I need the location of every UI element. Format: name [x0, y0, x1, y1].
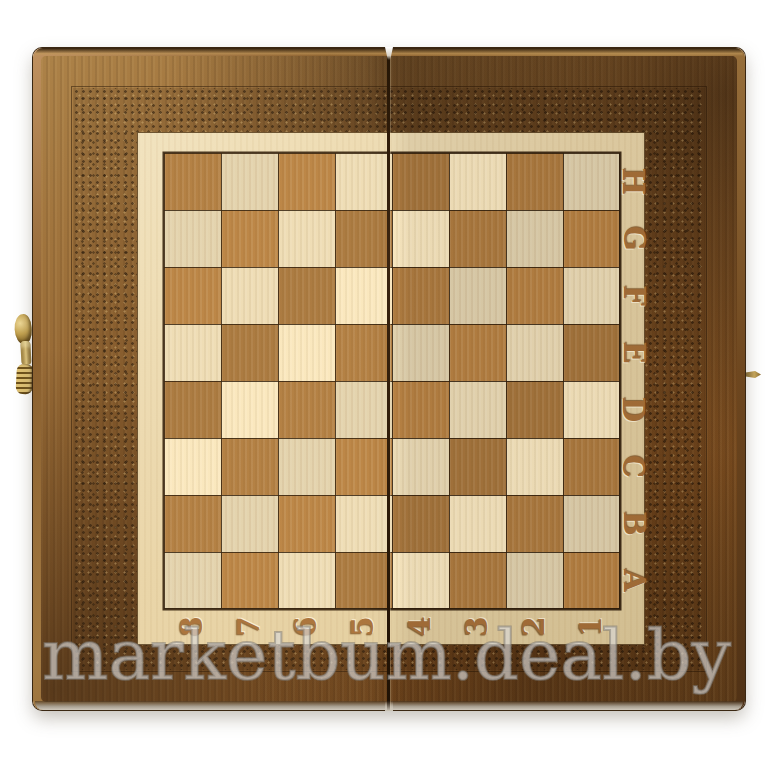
square-g2 — [506, 210, 563, 267]
square-d5 — [335, 381, 392, 438]
square-a1 — [563, 552, 620, 609]
file-label-b: B — [620, 495, 646, 552]
brass-pin — [744, 371, 761, 378]
square-b6 — [278, 495, 335, 552]
square-d3 — [449, 381, 506, 438]
square-c3 — [449, 438, 506, 495]
fold-seam — [387, 48, 390, 710]
square-h6 — [278, 153, 335, 210]
square-h1 — [563, 153, 620, 210]
file-label-g: G — [620, 210, 646, 267]
square-a5 — [335, 552, 392, 609]
square-b8 — [164, 495, 221, 552]
square-d2 — [506, 381, 563, 438]
square-e3 — [449, 324, 506, 381]
square-e8 — [164, 324, 221, 381]
fold-seam-bottom-gap — [385, 701, 393, 711]
square-a6 — [278, 552, 335, 609]
square-a4 — [392, 552, 449, 609]
square-c7 — [221, 438, 278, 495]
square-f7 — [221, 267, 278, 324]
clasp-barrel — [15, 364, 34, 395]
square-c6 — [278, 438, 335, 495]
square-g7 — [221, 210, 278, 267]
square-h3 — [449, 153, 506, 210]
square-e4 — [392, 324, 449, 381]
clasp-strap — [20, 341, 31, 365]
square-b3 — [449, 495, 506, 552]
square-a8 — [164, 552, 221, 609]
file-label-c: C — [620, 438, 646, 495]
square-b4 — [392, 495, 449, 552]
square-b7 — [221, 495, 278, 552]
square-c4 — [392, 438, 449, 495]
square-b2 — [506, 495, 563, 552]
square-a3 — [449, 552, 506, 609]
file-label-a: A — [620, 552, 646, 609]
square-a7 — [221, 552, 278, 609]
square-g8 — [164, 210, 221, 267]
square-d6 — [278, 381, 335, 438]
square-e5 — [335, 324, 392, 381]
square-c5 — [335, 438, 392, 495]
square-h4 — [392, 153, 449, 210]
file-label-d: D — [620, 381, 646, 438]
square-f1 — [563, 267, 620, 324]
file-label-f: F — [620, 267, 646, 324]
square-f6 — [278, 267, 335, 324]
square-f3 — [449, 267, 506, 324]
square-f4 — [392, 267, 449, 324]
square-c1 — [563, 438, 620, 495]
square-d1 — [563, 381, 620, 438]
clasp-hook — [14, 314, 33, 345]
square-c2 — [506, 438, 563, 495]
square-a2 — [506, 552, 563, 609]
square-g6 — [278, 210, 335, 267]
square-f8 — [164, 267, 221, 324]
chess-board — [164, 153, 620, 609]
square-h2 — [506, 153, 563, 210]
square-e6 — [278, 324, 335, 381]
board-apron: HGFEDCBA 87654321 — [137, 132, 645, 645]
file-label-h: H — [620, 153, 646, 210]
square-b5 — [335, 495, 392, 552]
file-labels: HGFEDCBA — [620, 153, 646, 609]
square-e2 — [506, 324, 563, 381]
square-b1 — [563, 495, 620, 552]
square-h5 — [335, 153, 392, 210]
square-g4 — [392, 210, 449, 267]
chess-box: HGFEDCBA 87654321 — [33, 48, 745, 710]
watermark: marketbum.deal.by — [42, 620, 731, 690]
square-g3 — [449, 210, 506, 267]
file-label-e: E — [620, 324, 646, 381]
square-f5 — [335, 267, 392, 324]
square-f2 — [506, 267, 563, 324]
square-e7 — [221, 324, 278, 381]
square-g1 — [563, 210, 620, 267]
square-c8 — [164, 438, 221, 495]
product-photo: HGFEDCBA 87654321 marketbum.deal.by — [0, 0, 775, 775]
square-d8 — [164, 381, 221, 438]
square-d7 — [221, 381, 278, 438]
square-g5 — [335, 210, 392, 267]
square-d4 — [392, 381, 449, 438]
square-h8 — [164, 153, 221, 210]
square-h7 — [221, 153, 278, 210]
square-e1 — [563, 324, 620, 381]
